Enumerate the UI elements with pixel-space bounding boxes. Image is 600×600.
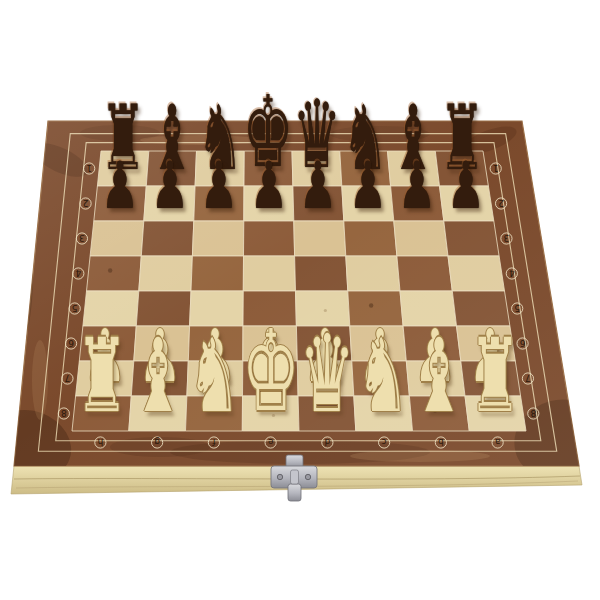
dark-pawn-e2[interactable]: ♟	[249, 153, 287, 218]
light-queen-d8[interactable]: ♛	[299, 321, 354, 428]
light-bishop-g8[interactable]: ♝	[132, 326, 185, 428]
dark-pawn-h2[interactable]: ♟	[101, 153, 139, 218]
dark-pawn-c2[interactable]: ♟	[348, 153, 386, 218]
dark-pawn-b2[interactable]: ♟	[398, 153, 436, 218]
light-bishop-b8[interactable]: ♝	[413, 326, 466, 428]
dark-pawn-f2[interactable]: ♟	[200, 153, 238, 218]
dark-pawn-d2[interactable]: ♟	[299, 153, 337, 218]
dark-pawn-g2[interactable]: ♟	[151, 153, 189, 218]
dark-pawn-a2[interactable]: ♟	[447, 153, 485, 218]
chess-set-photo: 1122334455667788hgfedcba ♜♝♞♚♛♞♝♜♟♟♟♟♟♟♟…	[0, 0, 600, 600]
light-rook-h8[interactable]: ♜	[76, 326, 129, 428]
light-knight-c8[interactable]: ♞	[357, 326, 410, 428]
light-rook-a8[interactable]: ♜	[469, 326, 522, 428]
pieces-layer: ♜♝♞♚♛♞♝♜♟♟♟♟♟♟♟♟♟♟♟♟♟♟♟♟♜♝♞♚♛♞♝♜	[0, 0, 600, 600]
light-king-e8[interactable]: ♚	[242, 316, 300, 428]
light-knight-f8[interactable]: ♞	[188, 326, 241, 428]
